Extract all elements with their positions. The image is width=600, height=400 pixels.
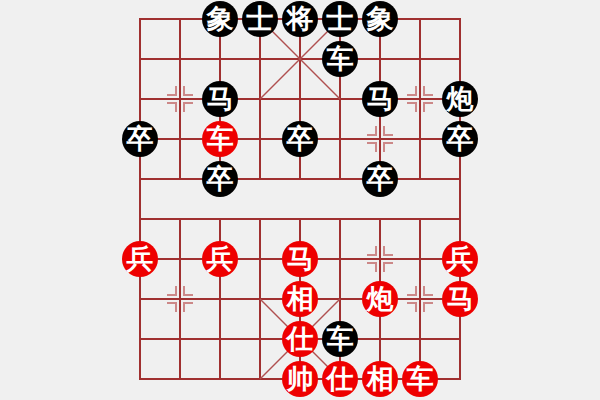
- piece-red-horse[interactable]: 马: [282, 241, 318, 277]
- piece-red-chariot[interactable]: 车: [402, 361, 438, 397]
- board-point-9-7: 兵: [440, 239, 480, 279]
- board-point-8-10: 车: [400, 359, 440, 399]
- board-point-5-1: 将: [280, 0, 320, 39]
- piece-black-chariot[interactable]: 车: [322, 41, 358, 77]
- piece-black-elephant[interactable]: 象: [202, 1, 238, 37]
- piece-red-advisor[interactable]: 仕: [322, 361, 358, 397]
- board-point-5-10: 帅: [280, 359, 320, 399]
- piece-red-horse[interactable]: 马: [442, 281, 478, 317]
- board-point-1-4: 卒: [120, 119, 160, 159]
- board-point-9-8: 马: [440, 279, 480, 319]
- piece-black-horse[interactable]: 马: [362, 81, 398, 117]
- piece-black-advisor[interactable]: 士: [322, 1, 358, 37]
- piece-black-horse[interactable]: 马: [202, 81, 238, 117]
- piece-red-advisor[interactable]: 仕: [282, 321, 318, 357]
- piece-black-soldier[interactable]: 卒: [122, 121, 158, 157]
- board-point-5-4: 卒: [280, 119, 320, 159]
- board-point-5-9: 仕: [280, 319, 320, 359]
- piece-black-soldier[interactable]: 卒: [362, 161, 398, 197]
- piece-red-soldier[interactable]: 兵: [202, 241, 238, 277]
- board-point-7-1: 象: [360, 0, 400, 39]
- board-point-1-7: 兵: [120, 239, 160, 279]
- piece-red-soldier[interactable]: 兵: [122, 241, 158, 277]
- board-point-3-7: 兵: [200, 239, 240, 279]
- piece-black-cannon[interactable]: 炮: [442, 81, 478, 117]
- board-point-6-2: 车: [320, 39, 360, 79]
- board-point-9-4: 卒: [440, 119, 480, 159]
- board-point-6-10: 仕: [320, 359, 360, 399]
- piece-black-soldier[interactable]: 卒: [442, 121, 478, 157]
- piece-red-cannon[interactable]: 炮: [362, 281, 398, 317]
- piece-red-general[interactable]: 帅: [282, 361, 318, 397]
- piece-black-advisor[interactable]: 士: [242, 1, 278, 37]
- piece-black-general[interactable]: 将: [282, 1, 318, 37]
- board-point-7-8: 炮: [360, 279, 400, 319]
- piece-red-elephant[interactable]: 相: [362, 361, 398, 397]
- piece-black-elephant[interactable]: 象: [362, 1, 398, 37]
- pieces-layer: 象士将士象车马马炮卒卒卒卒卒车车兵兵马兵相炮马仕帅仕相车: [120, 0, 480, 399]
- board-point-3-1: 象: [200, 0, 240, 39]
- board-point-5-8: 相: [280, 279, 320, 319]
- piece-red-chariot[interactable]: 车: [202, 121, 238, 157]
- board-point-5-7: 马: [280, 239, 320, 279]
- xiangqi-screenshot: 象士将士象车马马炮卒卒卒卒卒车车兵兵马兵相炮马仕帅仕相车: [0, 0, 600, 400]
- board-point-3-3: 马: [200, 79, 240, 119]
- board-point-7-5: 卒: [360, 159, 400, 199]
- board-point-6-1: 士: [320, 0, 360, 39]
- board-point-4-1: 士: [240, 0, 280, 39]
- board-point-7-10: 相: [360, 359, 400, 399]
- board-point-9-3: 炮: [440, 79, 480, 119]
- piece-black-soldier[interactable]: 卒: [202, 161, 238, 197]
- board-point-7-3: 马: [360, 79, 400, 119]
- piece-red-soldier[interactable]: 兵: [442, 241, 478, 277]
- board-point-6-9: 车: [320, 319, 360, 359]
- piece-black-soldier[interactable]: 卒: [282, 121, 318, 157]
- piece-red-elephant[interactable]: 相: [282, 281, 318, 317]
- piece-black-chariot[interactable]: 车: [322, 321, 358, 357]
- board-point-3-5: 卒: [200, 159, 240, 199]
- board-point-3-4: 车: [200, 119, 240, 159]
